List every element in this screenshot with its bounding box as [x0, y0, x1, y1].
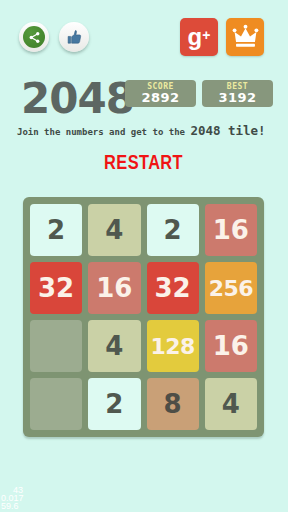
empty-cell — [30, 320, 82, 372]
tagline: Join the numbers and get to the 2048 til… — [17, 120, 266, 139]
debug-line: 59.6 — [1, 502, 24, 510]
tile-256: 256 — [205, 262, 257, 314]
app-title: 2048 — [21, 74, 134, 123]
tile-16: 16 — [205, 204, 257, 256]
tile-2: 2 — [147, 204, 199, 256]
app-screen: g+ 2048 SCORE 2892 BEST 3192 Join the nu… — [0, 0, 288, 512]
tile-128: 128 — [147, 320, 199, 372]
tagline-text: Join the numbers and get to the — [17, 127, 190, 137]
board[interactable]: 24216321632256412816284 — [23, 197, 264, 437]
tile-4: 4 — [205, 378, 257, 430]
crown-icon — [232, 24, 259, 51]
tile-2: 2 — [30, 204, 82, 256]
google-plus-icon: g+ — [188, 25, 211, 49]
tile-4: 4 — [88, 320, 140, 372]
score-box: SCORE 2892 — [125, 80, 196, 107]
tile-8: 8 — [147, 378, 199, 430]
leaderboard-button[interactable] — [226, 18, 264, 56]
tile-16: 16 — [205, 320, 257, 372]
share-button[interactable] — [19, 22, 49, 52]
like-button[interactable] — [59, 22, 89, 52]
empty-cell — [30, 378, 82, 430]
thumbs-up-icon — [66, 29, 83, 46]
restart-button[interactable]: RESTART — [0, 150, 288, 174]
debug-overlay: 43 0.017 59.6 — [1, 486, 24, 510]
restart-label: RESTART — [105, 150, 184, 174]
tile-16: 16 — [88, 262, 140, 314]
share-icon — [23, 26, 45, 48]
tile-4: 4 — [88, 204, 140, 256]
best-value: 3192 — [202, 91, 273, 105]
google-plus-button[interactable]: g+ — [180, 18, 218, 56]
score-value: 2892 — [125, 91, 196, 105]
tagline-highlight: 2048 tile! — [190, 123, 265, 138]
best-box: BEST 3192 — [202, 80, 273, 107]
tile-32: 32 — [147, 262, 199, 314]
tile-2: 2 — [88, 378, 140, 430]
tile-32: 32 — [30, 262, 82, 314]
